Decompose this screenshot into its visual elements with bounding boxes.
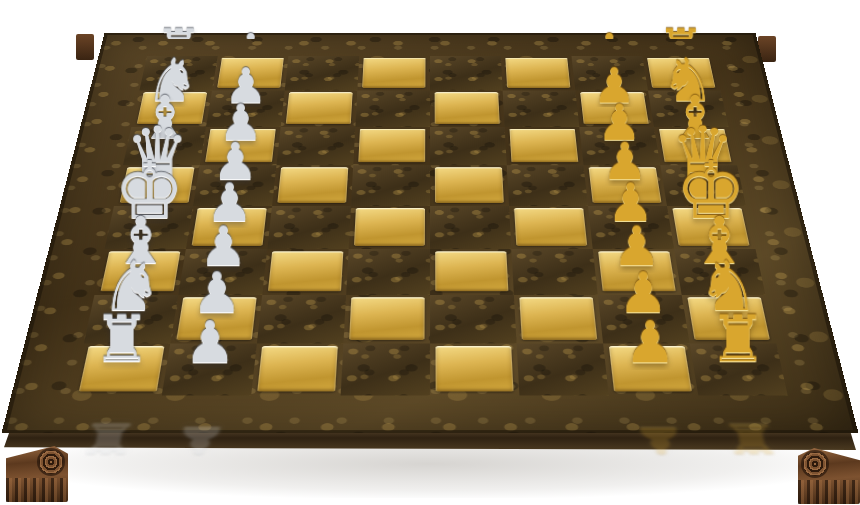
square-e5[interactable] <box>430 206 511 249</box>
square-b3[interactable] <box>281 91 358 127</box>
piece-white-pawn-h2[interactable]: ♟ <box>155 236 265 370</box>
brass-tile <box>514 208 587 246</box>
square-c5[interactable] <box>430 127 507 165</box>
brass-tile <box>435 346 513 391</box>
square-f3[interactable] <box>262 249 348 295</box>
piece-reflection: ♜ <box>685 381 813 458</box>
square-f5[interactable] <box>430 249 514 295</box>
brass-tile <box>509 129 578 163</box>
brass-tile <box>277 167 348 203</box>
square-h2[interactable]: ♟♟ <box>162 344 257 396</box>
square-d4[interactable] <box>351 165 430 206</box>
brass-tile <box>362 58 425 88</box>
brass-tile <box>349 297 425 340</box>
piece-reflection: ♟ <box>140 381 264 458</box>
square-c4[interactable] <box>353 127 430 165</box>
brass-tile <box>519 297 597 340</box>
square-d5[interactable] <box>430 165 509 206</box>
square-d3[interactable] <box>272 165 353 206</box>
square-a3[interactable] <box>285 56 360 90</box>
square-h8[interactable]: ♜♜ <box>690 344 788 396</box>
brass-tile <box>505 58 570 88</box>
piece-black-rook-h8[interactable]: ♜ <box>683 236 793 370</box>
brass-tile <box>358 129 425 163</box>
square-a4[interactable] <box>357 56 430 90</box>
square-e4[interactable] <box>349 206 430 249</box>
square-b5[interactable] <box>430 91 505 127</box>
square-g4[interactable] <box>343 295 430 344</box>
square-a5[interactable] <box>430 56 503 90</box>
brass-tile <box>435 167 504 203</box>
board-foot-near-right <box>798 448 860 504</box>
square-g5[interactable] <box>430 295 517 344</box>
brass-tile <box>435 92 500 124</box>
square-b4[interactable] <box>355 91 430 127</box>
brass-tile <box>286 92 353 124</box>
square-f4[interactable] <box>346 249 430 295</box>
brass-tile <box>268 251 343 291</box>
board-foot-far-left <box>76 34 94 60</box>
square-h5[interactable] <box>430 344 519 396</box>
board-foot-near-left <box>6 446 68 502</box>
square-h4[interactable] <box>341 344 430 396</box>
chess-board: ♜♟♟♜♞♟♟♞♝♟♟♝♛♟♟♛♚♟♟♚♝♟♟♝♞♟♟♞♜♜♟♟♟♟♜♜ <box>2 33 859 433</box>
brass-tile <box>354 208 425 246</box>
square-c3[interactable] <box>276 127 355 165</box>
brass-tile <box>257 346 338 391</box>
chess-set-photo: ♜♟♟♜♞♟♟♞♝♟♟♝♛♟♟♛♚♟♟♚♝♟♟♝♞♟♟♞♜♜♟♟♟♟♜♜ <box>0 0 860 505</box>
square-e3[interactable] <box>267 206 351 249</box>
brass-tile <box>435 251 508 291</box>
